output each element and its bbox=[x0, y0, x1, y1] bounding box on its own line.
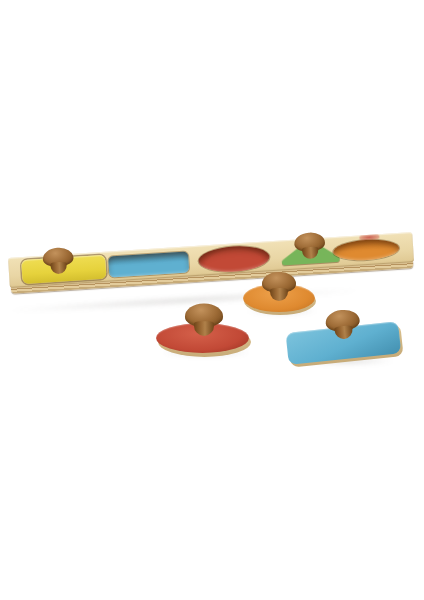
square-piece-knob-handle[interactable] bbox=[42, 247, 74, 276]
red-circle-piece[interactable] bbox=[156, 302, 253, 360]
knob-stem-icon bbox=[194, 321, 214, 336]
rectangle-piece-knob-handle[interactable] bbox=[325, 308, 362, 341]
knob-stem-icon bbox=[270, 288, 288, 301]
knob-stem-icon bbox=[50, 262, 67, 275]
blue-rectangle-piece[interactable] bbox=[286, 310, 404, 368]
triangle-piece-knob-handle[interactable] bbox=[294, 232, 326, 261]
knob-stem-icon bbox=[334, 325, 353, 340]
knob-stem-icon bbox=[302, 247, 319, 260]
circle-piece-knob-handle[interactable] bbox=[185, 303, 223, 337]
oval-piece-knob-handle[interactable] bbox=[262, 272, 296, 302]
scene bbox=[0, 0, 424, 600]
puzzle-board bbox=[8, 232, 415, 296]
